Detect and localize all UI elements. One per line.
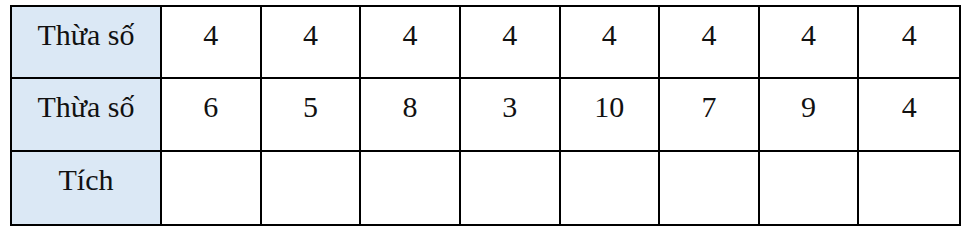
product-answer-col5[interactable] [561,152,661,224]
factor2-col6: 7 [660,79,760,151]
product-answer-col2[interactable] [262,152,362,224]
factor1-col4: 4 [461,7,561,79]
factor2-col1: 6 [162,79,262,151]
multiplication-table: Thừa số 4 4 4 4 4 4 4 4 Thừa số 6 5 8 3 … [10,5,961,226]
row-label-factor-2: Thừa số [12,79,162,151]
row-label-factor-1: Thừa số [12,7,162,79]
product-answer-col8[interactable] [859,152,959,224]
row-label-product: Tích [12,152,162,224]
product-answer-col7[interactable] [760,152,860,224]
product-answer-col6[interactable] [660,152,760,224]
factor1-col6: 4 [660,7,760,79]
factor2-col8: 4 [859,79,959,151]
product-answer-col3[interactable] [361,152,461,224]
factor1-col1: 4 [162,7,262,79]
factor1-col7: 4 [760,7,860,79]
factor1-col3: 4 [361,7,461,79]
factor2-col4: 3 [461,79,561,151]
product-answer-col1[interactable] [162,152,262,224]
factor1-col5: 4 [561,7,661,79]
product-answer-col4[interactable] [461,152,561,224]
factor1-col8: 4 [859,7,959,79]
factor1-col2: 4 [262,7,362,79]
factor2-col5: 10 [561,79,661,151]
factor2-col3: 8 [361,79,461,151]
factor2-col2: 5 [262,79,362,151]
worksheet-grid: Thừa số 4 4 4 4 4 4 4 4 Thừa số 6 5 8 3 … [10,5,961,226]
factor2-col7: 9 [760,79,860,151]
